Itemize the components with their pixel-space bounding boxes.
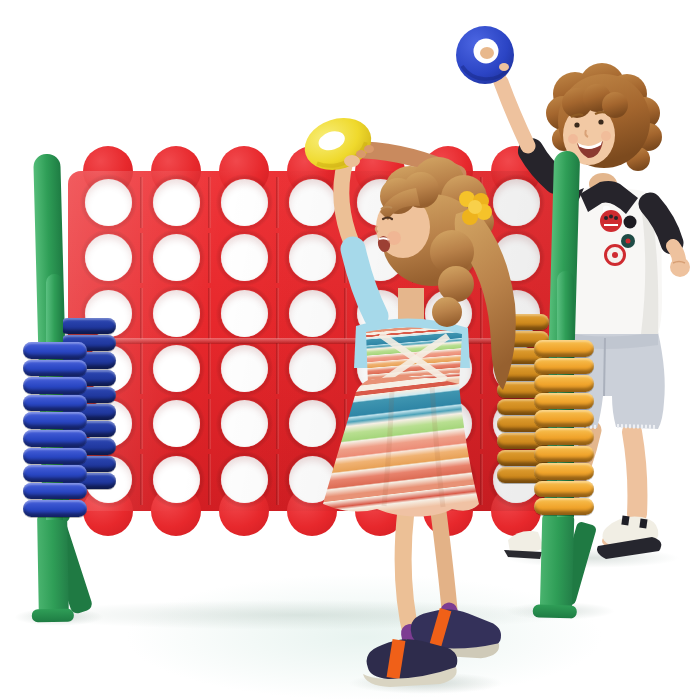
board-cell[interactable] (278, 396, 346, 451)
board-hole (85, 234, 132, 281)
board-hole (357, 179, 404, 226)
board-cell[interactable] (74, 230, 142, 285)
board-cell[interactable] (414, 230, 482, 285)
board-cell[interactable] (346, 175, 414, 230)
storage-ring-blue[interactable] (23, 465, 87, 482)
storage-ring-orange[interactable] (534, 498, 594, 515)
right-front-ring-stack[interactable] (534, 340, 594, 516)
storage-ring-orange[interactable] (534, 393, 594, 410)
board-cell[interactable] (142, 396, 210, 451)
storage-ring-orange[interactable] (534, 481, 594, 498)
board-cell[interactable] (414, 286, 482, 341)
board-hole (357, 456, 404, 503)
board-cell[interactable] (482, 175, 550, 230)
board-cell[interactable] (142, 286, 210, 341)
board-cell[interactable] (278, 286, 346, 341)
connect-four-board (68, 171, 556, 511)
board-hole (221, 345, 268, 392)
board-cell[interactable] (142, 175, 210, 230)
board-hole (153, 400, 200, 447)
board-middle-seam (71, 338, 553, 344)
storage-ring-blue[interactable] (23, 377, 87, 394)
scene (0, 0, 700, 700)
board-cell[interactable] (210, 286, 278, 341)
board-cell[interactable] (142, 341, 210, 396)
board-hole (357, 400, 404, 447)
storage-ring-blue[interactable] (23, 342, 87, 359)
board-hole (425, 179, 472, 226)
storage-ring-blue[interactable] (23, 448, 87, 465)
right-front-leg (540, 514, 575, 617)
storage-ring-blue[interactable] (23, 395, 87, 412)
storage-ring-blue[interactable] (23, 412, 87, 429)
storage-ring-orange[interactable] (534, 340, 594, 357)
storage-ring-blue[interactable] (23, 430, 87, 447)
storage-ring-blue[interactable] (23, 360, 87, 377)
storage-ring-orange[interactable] (534, 428, 594, 445)
board-cell[interactable] (414, 175, 482, 230)
board-hole (221, 400, 268, 447)
board-hole (425, 290, 472, 337)
storage-ring-blue[interactable] (60, 318, 116, 334)
board-hole (493, 179, 540, 226)
board-hole (289, 234, 336, 281)
storage-ring-orange[interactable] (534, 358, 594, 375)
board-cell[interactable] (142, 452, 210, 507)
left-front-leg (37, 514, 69, 621)
left-front-ring-stack[interactable] (23, 342, 87, 518)
board-cell[interactable] (414, 396, 482, 451)
board-hole (289, 456, 336, 503)
board-cell[interactable] (210, 341, 278, 396)
board-hole (221, 179, 268, 226)
board-hole (289, 290, 336, 337)
board-hole (221, 234, 268, 281)
board-cell[interactable] (278, 452, 346, 507)
board-cell[interactable] (346, 452, 414, 507)
board-cell[interactable] (210, 230, 278, 285)
board-hole (153, 179, 200, 226)
board-cell[interactable] (278, 175, 346, 230)
board-hole (425, 234, 472, 281)
board-hole (289, 179, 336, 226)
board-hole (425, 400, 472, 447)
storage-ring-orange[interactable] (534, 410, 594, 427)
storage-ring-orange[interactable] (534, 446, 594, 463)
board-cell[interactable] (278, 230, 346, 285)
storage-ring-blue[interactable] (23, 483, 87, 500)
board-hole (153, 345, 200, 392)
board-hole (289, 345, 336, 392)
board-cell[interactable] (346, 396, 414, 451)
board-hole (425, 456, 472, 503)
storage-ring-orange[interactable] (497, 314, 549, 330)
board-cell[interactable] (346, 230, 414, 285)
board-cell[interactable] (210, 175, 278, 230)
board-cell[interactable] (414, 341, 482, 396)
board-hole (425, 345, 472, 392)
board-hole (153, 290, 200, 337)
board-cell[interactable] (346, 286, 414, 341)
board-hole (289, 400, 336, 447)
board-hole (493, 234, 540, 281)
board-hole (153, 234, 200, 281)
board-cell[interactable] (210, 452, 278, 507)
board-cell[interactable] (346, 341, 414, 396)
board-hole (85, 179, 132, 226)
storage-ring-blue[interactable] (23, 500, 87, 517)
storage-ring-orange[interactable] (534, 463, 594, 480)
board-cell[interactable] (482, 230, 550, 285)
board-hole (221, 290, 268, 337)
board-hole (153, 456, 200, 503)
board-hole (357, 234, 404, 281)
board-hole (357, 345, 404, 392)
board-hole (357, 290, 404, 337)
board-hole (221, 456, 268, 503)
board-cell[interactable] (414, 452, 482, 507)
board-cell[interactable] (278, 341, 346, 396)
board-cell[interactable] (210, 396, 278, 451)
board-cell[interactable] (74, 175, 142, 230)
storage-ring-orange[interactable] (534, 375, 594, 392)
board-cell[interactable] (142, 230, 210, 285)
